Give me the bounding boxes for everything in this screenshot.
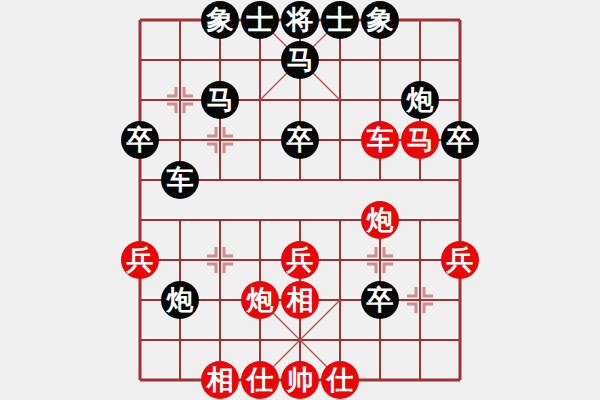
- piece-red-soldier[interactable]: 兵: [441, 241, 479, 279]
- piece-black-chariot[interactable]: 车: [161, 161, 199, 199]
- piece-red-elephant[interactable]: 相: [201, 361, 239, 399]
- piece-black-general[interactable]: 将: [281, 1, 319, 39]
- piece-black-advisor[interactable]: 士: [241, 1, 279, 39]
- piece-red-advisor[interactable]: 仕: [241, 361, 279, 399]
- piece-red-horse[interactable]: 马: [401, 121, 439, 159]
- piece-red-cannon[interactable]: 炮: [361, 201, 399, 239]
- xiangqi-board[interactable]: 象士将士象马马炮卒卒车马卒车炮兵兵兵炮炮相卒相仕帅仕: [0, 0, 600, 400]
- piece-layer[interactable]: 象士将士象马马炮卒卒车马卒车炮兵兵兵炮炮相卒相仕帅仕: [120, 0, 480, 400]
- piece-black-soldier[interactable]: 卒: [281, 121, 319, 159]
- piece-black-elephant[interactable]: 象: [201, 1, 239, 39]
- piece-red-advisor[interactable]: 仕: [321, 361, 359, 399]
- piece-black-soldier[interactable]: 卒: [441, 121, 479, 159]
- piece-black-advisor[interactable]: 士: [321, 1, 359, 39]
- piece-black-soldier[interactable]: 卒: [121, 121, 159, 159]
- piece-black-cannon[interactable]: 炮: [401, 81, 439, 119]
- piece-red-soldier[interactable]: 兵: [121, 241, 159, 279]
- piece-black-soldier[interactable]: 卒: [361, 281, 399, 319]
- piece-black-elephant[interactable]: 象: [361, 1, 399, 39]
- piece-black-cannon[interactable]: 炮: [161, 281, 199, 319]
- piece-red-elephant[interactable]: 相: [281, 281, 319, 319]
- piece-red-general[interactable]: 帅: [281, 361, 319, 399]
- piece-black-horse[interactable]: 马: [281, 41, 319, 79]
- piece-red-soldier[interactable]: 兵: [281, 241, 319, 279]
- piece-red-cannon[interactable]: 炮: [241, 281, 279, 319]
- piece-red-chariot[interactable]: 车: [361, 121, 399, 159]
- piece-black-horse[interactable]: 马: [201, 81, 239, 119]
